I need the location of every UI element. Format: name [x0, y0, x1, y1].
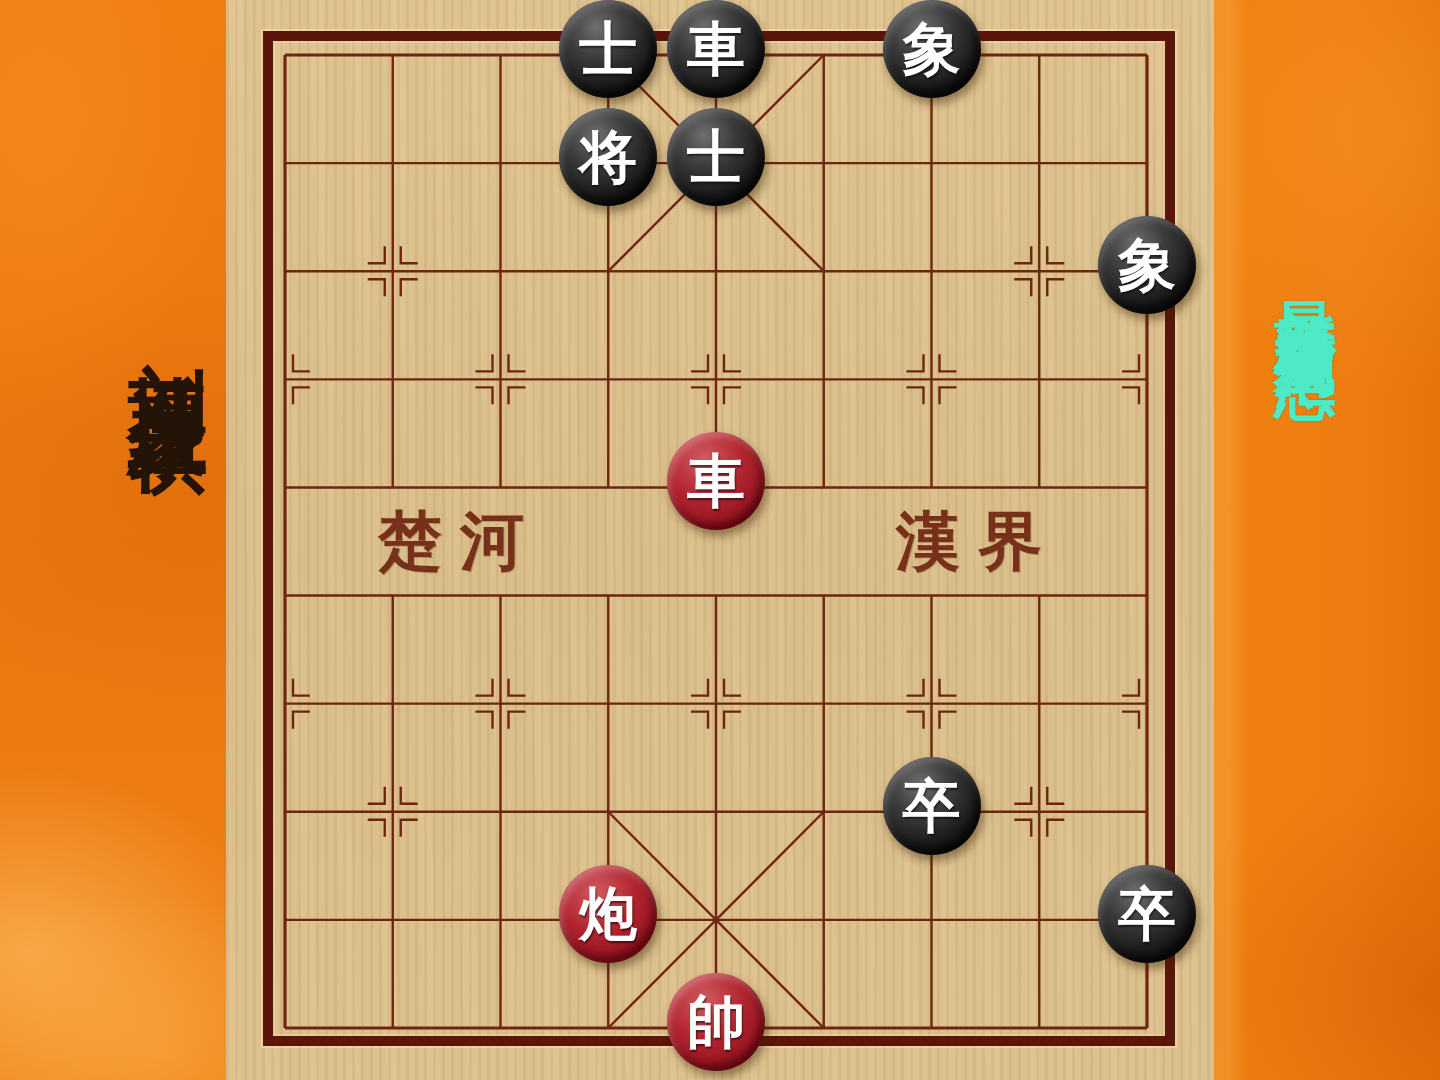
- black-soldier-piece[interactable]: 卒: [883, 757, 981, 855]
- black-soldier-piece[interactable]: 卒: [1098, 865, 1196, 963]
- black-elephant-piece[interactable]: 象: [883, 0, 981, 98]
- red-general-piece[interactable]: 帥: [667, 973, 765, 1071]
- left-caption-text: 刘博主象棋: [115, 296, 223, 366]
- video-frame: { "game": "xiangqi", "position": { "fen"…: [0, 0, 1440, 1080]
- black-general-piece[interactable]: 将: [559, 108, 657, 206]
- black-chariot-piece[interactable]: 車: [667, 0, 765, 98]
- river-label-chu-he: 楚河: [378, 498, 542, 585]
- red-cannon-piece[interactable]: 炮: [559, 865, 657, 963]
- right-caption-text: 最新精妙残局汇总: [1263, 252, 1347, 316]
- red-chariot-piece[interactable]: 車: [667, 432, 765, 530]
- black-advisor-piece[interactable]: 士: [667, 108, 765, 206]
- black-advisor-piece[interactable]: 士: [559, 0, 657, 98]
- river-label-han-jie: 漢界: [896, 498, 1060, 585]
- right-orange-sidebar: [1214, 0, 1440, 1080]
- black-elephant-piece[interactable]: 象: [1098, 216, 1196, 314]
- left-orange-sidebar: [0, 0, 226, 1080]
